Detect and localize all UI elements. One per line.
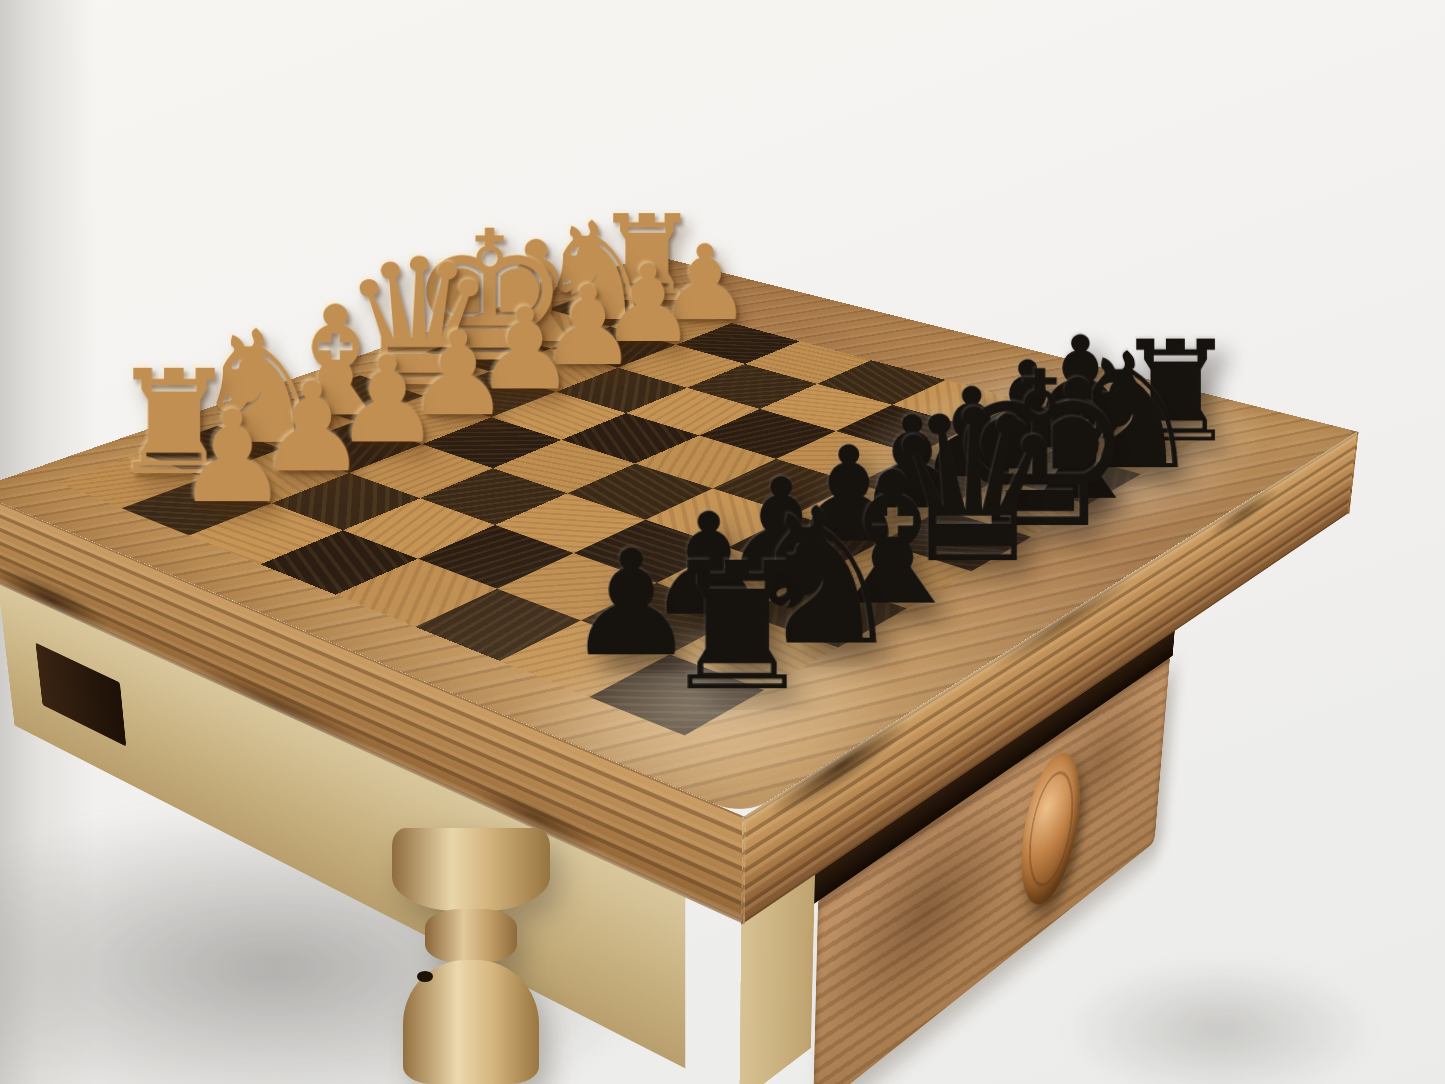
- left-drawer-slot: [35, 642, 126, 747]
- olive-wood-slab: ♜♞♝♛♚♝♞♜♟♟♟♟♟♟♟♟♟♟♟♟♟♟♟♟♜♞♝♛♚♝♞♜: [0, 255, 1357, 817]
- leg-neck: [425, 909, 517, 963]
- cast-shadow-right: [1000, 950, 1440, 1084]
- board-scene: ♜♞♝♛♚♝♞♜♟♟♟♟♟♟♟♟♟♟♟♟♟♟♟♟♜♞♝♛♚♝♞♜: [180, 0, 1190, 940]
- leg-cap: [392, 828, 550, 912]
- drawer-knob: [1018, 735, 1085, 923]
- white-pawn[interactable]: ♟: [175, 397, 281, 518]
- front-left-turned-leg: [392, 828, 550, 1084]
- black-rook[interactable]: ♜: [658, 543, 784, 710]
